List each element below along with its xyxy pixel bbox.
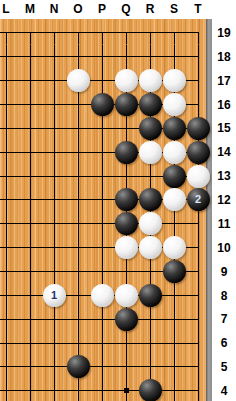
intersection-Q8[interactable]	[114, 283, 138, 307]
intersection-T10[interactable]	[186, 236, 210, 260]
intersection-L9[interactable]	[0, 260, 18, 284]
intersection-R16[interactable]	[138, 93, 162, 117]
intersection-N6[interactable]	[42, 331, 66, 355]
intersection-O9[interactable]	[66, 260, 90, 284]
column-label-L: L	[2, 2, 9, 16]
black-stone-move-2: 2	[187, 188, 210, 211]
black-stone	[163, 117, 186, 140]
intersection-T12[interactable]: 2	[186, 188, 210, 212]
intersection-P13[interactable]	[90, 164, 114, 188]
intersection-T11[interactable]	[186, 212, 210, 236]
intersection-T6[interactable]	[186, 331, 210, 355]
column-label-N: N	[50, 2, 59, 16]
intersection-Q5[interactable]	[114, 355, 138, 379]
row-label-18: 18	[217, 50, 230, 64]
column-label-R: R	[146, 2, 155, 16]
intersection-P11[interactable]	[90, 212, 114, 236]
intersection-Q4[interactable]	[114, 379, 138, 401]
intersection-O16[interactable]	[66, 93, 90, 117]
row-label-9: 9	[221, 265, 228, 279]
intersection-P18[interactable]	[90, 45, 114, 69]
intersection-L7[interactable]	[0, 307, 18, 331]
row-label-10: 10	[217, 241, 230, 255]
column-label-T: T	[194, 2, 201, 16]
white-stone	[115, 69, 138, 92]
column-label-P: P	[98, 2, 106, 16]
intersection-M18[interactable]	[18, 45, 42, 69]
white-stone	[139, 236, 162, 259]
intersection-Q17[interactable]	[114, 69, 138, 93]
intersection-P6[interactable]	[90, 331, 114, 355]
black-stone	[91, 93, 114, 116]
intersection-Q14[interactable]	[114, 140, 138, 164]
black-stone	[115, 212, 138, 235]
intersection-L13[interactable]	[0, 164, 18, 188]
intersection-T13[interactable]	[186, 164, 210, 188]
intersection-P14[interactable]	[90, 140, 114, 164]
black-stone	[115, 93, 138, 116]
intersection-T16[interactable]	[186, 93, 210, 117]
intersection-N9[interactable]	[42, 260, 66, 284]
intersection-M8[interactable]	[18, 283, 42, 307]
intersection-N11[interactable]	[42, 212, 66, 236]
intersection-R7[interactable]	[138, 307, 162, 331]
intersection-O6[interactable]	[66, 331, 90, 355]
black-stone	[139, 93, 162, 116]
white-stone	[115, 236, 138, 259]
intersection-Q7[interactable]	[114, 307, 138, 331]
intersection-P16[interactable]	[90, 93, 114, 117]
intersection-R8[interactable]	[138, 283, 162, 307]
intersection-O13[interactable]	[66, 164, 90, 188]
intersection-P17[interactable]	[90, 69, 114, 93]
white-stone	[163, 69, 186, 92]
row-label-7: 7	[221, 312, 228, 326]
white-stone	[67, 69, 90, 92]
intersection-O11[interactable]	[66, 212, 90, 236]
intersection-N12[interactable]	[42, 188, 66, 212]
intersection-M9[interactable]	[18, 260, 42, 284]
intersection-T5[interactable]	[186, 355, 210, 379]
intersection-O12[interactable]	[66, 188, 90, 212]
intersection-P19[interactable]	[90, 21, 114, 45]
intersection-L4[interactable]	[0, 379, 18, 401]
intersection-M5[interactable]	[18, 355, 42, 379]
row-labels-band: 19181716151413121110987654	[212, 19, 236, 401]
intersection-S18[interactable]	[162, 45, 186, 69]
black-stone	[139, 379, 162, 401]
intersection-S11[interactable]	[162, 212, 186, 236]
intersection-M7[interactable]	[18, 307, 42, 331]
intersection-L19[interactable]	[0, 21, 18, 45]
intersection-R15[interactable]	[138, 116, 162, 140]
row-label-5: 5	[221, 360, 228, 374]
intersection-T15[interactable]	[186, 116, 210, 140]
intersection-Q19[interactable]	[114, 21, 138, 45]
row-label-16: 16	[217, 98, 230, 112]
star-point-Q4	[124, 388, 129, 393]
white-stone	[187, 165, 210, 188]
intersection-R4[interactable]	[138, 379, 162, 401]
column-label-S: S	[170, 2, 178, 16]
go-diagram: LMNOPQRST 21 19181716151413121110987654	[0, 0, 236, 401]
row-label-17: 17	[217, 74, 230, 88]
intersection-M16[interactable]	[18, 93, 42, 117]
intersection-M4[interactable]	[18, 379, 42, 401]
intersection-M15[interactable]	[18, 116, 42, 140]
intersection-Q6[interactable]	[114, 331, 138, 355]
intersection-O17[interactable]	[66, 69, 90, 93]
intersection-N7[interactable]	[42, 307, 66, 331]
intersection-O10[interactable]	[66, 236, 90, 260]
intersection-S14[interactable]	[162, 140, 186, 164]
column-label-Q: Q	[121, 2, 130, 16]
intersection-R17[interactable]	[138, 69, 162, 93]
intersection-N16[interactable]	[42, 93, 66, 117]
intersection-P4[interactable]	[90, 379, 114, 401]
intersection-R14[interactable]	[138, 140, 162, 164]
row-label-12: 12	[217, 193, 230, 207]
intersection-S19[interactable]	[162, 21, 186, 45]
intersection-O15[interactable]	[66, 116, 90, 140]
intersection-L5[interactable]	[0, 355, 18, 379]
intersection-N4[interactable]	[42, 379, 66, 401]
black-stone	[163, 165, 186, 188]
intersection-S10[interactable]	[162, 236, 186, 260]
intersection-S17[interactable]	[162, 69, 186, 93]
intersection-T8[interactable]	[186, 283, 210, 307]
black-stone	[139, 188, 162, 211]
intersection-S8[interactable]	[162, 283, 186, 307]
intersection-N10[interactable]	[42, 236, 66, 260]
intersection-P10[interactable]	[90, 236, 114, 260]
intersection-L18[interactable]	[0, 45, 18, 69]
intersection-O19[interactable]	[66, 21, 90, 45]
row-label-14: 14	[217, 145, 230, 159]
black-stone	[139, 117, 162, 140]
intersection-T4[interactable]	[186, 379, 210, 401]
column-label-M: M	[25, 2, 35, 16]
intersection-N13[interactable]	[42, 164, 66, 188]
intersection-P9[interactable]	[90, 260, 114, 284]
intersection-P5[interactable]	[90, 355, 114, 379]
intersection-Q18[interactable]	[114, 45, 138, 69]
intersection-Q13[interactable]	[114, 164, 138, 188]
intersection-M11[interactable]	[18, 212, 42, 236]
black-stone	[115, 188, 138, 211]
intersection-T14[interactable]	[186, 140, 210, 164]
intersection-T19[interactable]	[186, 21, 210, 45]
intersection-O4[interactable]	[66, 379, 90, 401]
intersection-R19[interactable]	[138, 21, 162, 45]
intersection-P7[interactable]	[90, 307, 114, 331]
intersection-L6[interactable]	[0, 331, 18, 355]
intersection-P12[interactable]	[90, 188, 114, 212]
row-label-13: 13	[217, 169, 230, 183]
intersection-O18[interactable]	[66, 45, 90, 69]
intersection-M13[interactable]	[18, 164, 42, 188]
intersection-N8[interactable]: 1	[42, 283, 66, 307]
white-stone	[163, 236, 186, 259]
intersection-S7[interactable]	[162, 307, 186, 331]
intersection-M17[interactable]	[18, 69, 42, 93]
intersection-N14[interactable]	[42, 140, 66, 164]
black-stone	[187, 117, 210, 140]
intersection-S16[interactable]	[162, 93, 186, 117]
intersection-L14[interactable]	[0, 140, 18, 164]
black-stone	[187, 141, 210, 164]
intersection-S9[interactable]	[162, 260, 186, 284]
intersection-S13[interactable]	[162, 164, 186, 188]
intersection-Q12[interactable]	[114, 188, 138, 212]
intersection-N18[interactable]	[42, 45, 66, 69]
intersection-Q11[interactable]	[114, 212, 138, 236]
intersection-L15[interactable]	[0, 116, 18, 140]
intersection-T9[interactable]	[186, 260, 210, 284]
column-label-O: O	[73, 2, 82, 16]
row-label-6: 6	[221, 336, 228, 350]
intersection-L17[interactable]	[0, 69, 18, 93]
row-label-15: 15	[217, 121, 230, 135]
intersection-R11[interactable]	[138, 212, 162, 236]
row-label-19: 19	[217, 26, 230, 40]
intersection-M6[interactable]	[18, 331, 42, 355]
black-stone	[115, 141, 138, 164]
white-stone	[139, 141, 162, 164]
intersection-O14[interactable]	[66, 140, 90, 164]
intersection-M12[interactable]	[18, 188, 42, 212]
board-grid: 21	[0, 21, 210, 401]
intersection-M19[interactable]	[18, 21, 42, 45]
go-board: 21	[0, 19, 206, 401]
intersection-O5[interactable]	[66, 355, 90, 379]
black-stone	[115, 308, 138, 331]
intersection-R12[interactable]	[138, 188, 162, 212]
white-stone	[115, 284, 138, 307]
intersection-N19[interactable]	[42, 21, 66, 45]
intersection-Q10[interactable]	[114, 236, 138, 260]
intersection-R10[interactable]	[138, 236, 162, 260]
intersection-R5[interactable]	[138, 355, 162, 379]
intersection-Q9[interactable]	[114, 260, 138, 284]
intersection-R13[interactable]	[138, 164, 162, 188]
black-stone	[67, 355, 90, 378]
intersection-S5[interactable]	[162, 355, 186, 379]
black-stone	[139, 284, 162, 307]
row-label-11: 11	[218, 217, 231, 231]
intersection-P15[interactable]	[90, 116, 114, 140]
intersection-S6[interactable]	[162, 331, 186, 355]
intersection-P8[interactable]	[90, 283, 114, 307]
row-label-4: 4	[221, 384, 228, 398]
white-stone-move-1: 1	[43, 284, 66, 307]
intersection-S15[interactable]	[162, 116, 186, 140]
intersection-M14[interactable]	[18, 140, 42, 164]
white-stone	[139, 212, 162, 235]
intersection-N15[interactable]	[42, 116, 66, 140]
intersection-L12[interactable]	[0, 188, 18, 212]
intersection-S4[interactable]	[162, 379, 186, 401]
intersection-S12[interactable]	[162, 188, 186, 212]
row-label-8: 8	[221, 289, 228, 303]
intersection-Q15[interactable]	[114, 116, 138, 140]
intersection-N17[interactable]	[42, 69, 66, 93]
black-stone	[163, 260, 186, 283]
white-stone	[163, 141, 186, 164]
intersection-T7[interactable]	[186, 307, 210, 331]
intersection-R18[interactable]	[138, 45, 162, 69]
white-stone	[91, 284, 114, 307]
intersection-L8[interactable]	[0, 283, 18, 307]
intersection-T18[interactable]	[186, 45, 210, 69]
intersection-L10[interactable]	[0, 236, 18, 260]
intersection-N5[interactable]	[42, 355, 66, 379]
white-stone	[139, 69, 162, 92]
intersection-T17[interactable]	[186, 69, 210, 93]
intersection-Q16[interactable]	[114, 93, 138, 117]
white-stone	[163, 93, 186, 116]
intersection-M10[interactable]	[18, 236, 42, 260]
intersection-R9[interactable]	[138, 260, 162, 284]
intersection-L16[interactable]	[0, 93, 18, 117]
intersection-R6[interactable]	[138, 331, 162, 355]
intersection-L11[interactable]	[0, 212, 18, 236]
intersection-O7[interactable]	[66, 307, 90, 331]
column-labels-band: LMNOPQRST	[0, 0, 212, 19]
white-stone	[163, 188, 186, 211]
intersection-O8[interactable]	[66, 283, 90, 307]
